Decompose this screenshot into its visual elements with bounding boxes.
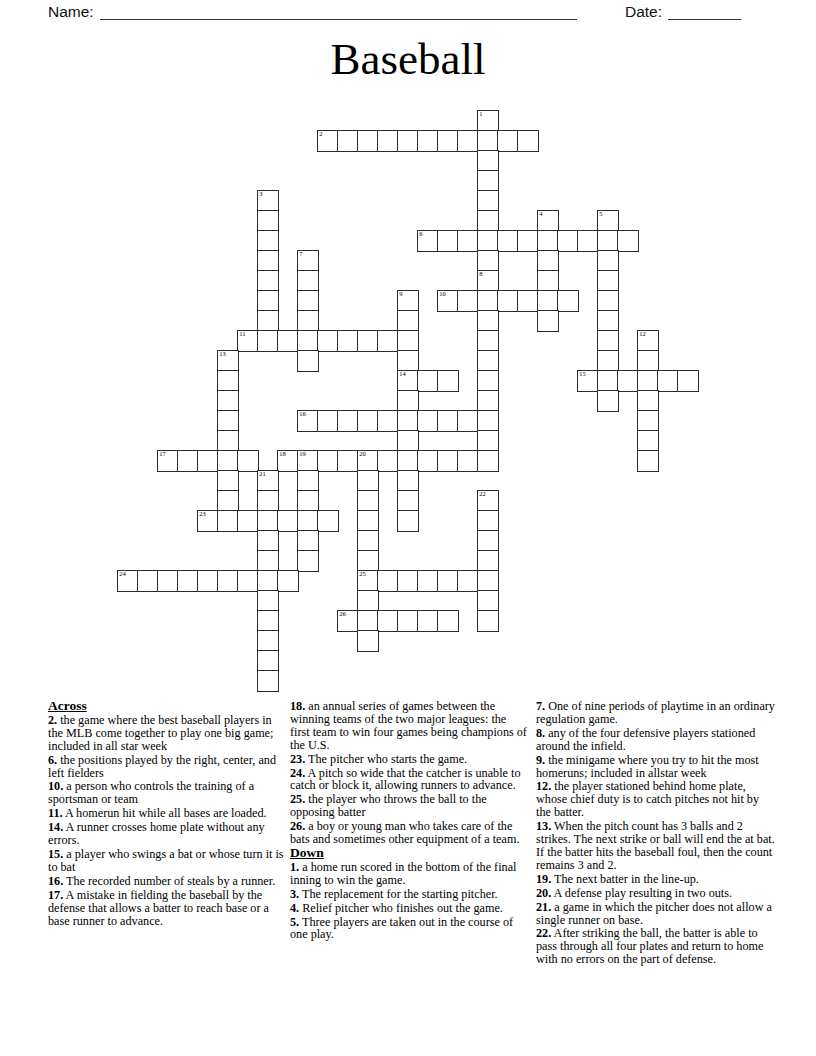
clue-column-3: 7. One of nine periods of playtime in an… — [536, 700, 776, 967]
grid-cell-r13c15[interactable] — [417, 370, 439, 392]
grid-cell-r22c18[interactable] — [477, 550, 499, 572]
grid-cell-r0c18[interactable]: 1 — [477, 110, 499, 132]
across-clue-number-10: 10. — [48, 779, 63, 793]
across-clue-number-18: 18. — [290, 699, 305, 713]
across-clue-number-24: 24. — [290, 766, 305, 780]
down-clue-22: 22. After striking the ball, the batter … — [536, 927, 776, 966]
across-clue-2: 2. the game where the best baseball play… — [48, 714, 286, 753]
grid-cell-r17c10[interactable] — [317, 450, 339, 472]
grid-cell-r20c9[interactable] — [297, 510, 319, 532]
down-clue-number-19: 19. — [536, 872, 551, 886]
clue-number: 15 — [579, 370, 586, 377]
grid-cell-r18c12[interactable] — [357, 470, 379, 492]
grid-cell-r6c22[interactable] — [557, 230, 579, 252]
grid-cell-r1c17[interactable] — [457, 130, 479, 152]
down-clue-number-9: 9. — [536, 753, 545, 767]
clue-number: 13 — [219, 350, 226, 357]
grid-cell-r6c25[interactable] — [617, 230, 639, 252]
grid-cell-r9c20[interactable] — [517, 290, 539, 312]
across-clue-17: 17. A mistake in fielding the baseball b… — [48, 889, 286, 928]
down-clue-number-22: 22. — [536, 926, 551, 940]
grid-cell-r9c24[interactable] — [597, 290, 619, 312]
puzzle-title: Baseball — [0, 33, 816, 85]
grid-cell-r14c5[interactable] — [217, 390, 239, 412]
down-clue-12: 12. the player stationed behind home pla… — [536, 780, 776, 819]
grid-cell-r1c12[interactable] — [357, 130, 379, 152]
grid-cell-r8c9[interactable] — [297, 270, 319, 292]
clue-number: 26 — [339, 610, 346, 617]
across-clue-number-16: 16. — [48, 874, 63, 888]
grid-cell-r11c7[interactable] — [257, 330, 279, 352]
grid-cell-r24c18[interactable] — [477, 590, 499, 612]
grid-cell-r13c18[interactable] — [477, 370, 499, 392]
grid-cell-r10c24[interactable] — [597, 310, 619, 332]
grid-cell-r17c8[interactable]: 18 — [277, 450, 299, 472]
down-clue-number-12: 12. — [536, 779, 551, 793]
grid-cell-r3c18[interactable] — [477, 170, 499, 192]
grid-cell-r6c24[interactable] — [597, 230, 619, 252]
grid-cell-r24c12[interactable] — [357, 590, 379, 612]
grid-cell-r9c16[interactable]: 10 — [437, 290, 459, 312]
grid-cell-r17c2[interactable]: 17 — [157, 450, 179, 472]
grid-cell-r15c9[interactable]: 16 — [297, 410, 319, 432]
grid-cell-r11c8[interactable] — [277, 330, 299, 352]
across-clue-11: 11. A homerun hit while all bases are lo… — [48, 807, 286, 820]
grid-cell-r14c24[interactable] — [597, 390, 619, 412]
grid-cell-r19c9[interactable] — [297, 490, 319, 512]
grid-cell-r9c14[interactable]: 9 — [397, 290, 419, 312]
crossword-grid: 1234567891011121314151617181920212223242… — [118, 111, 698, 691]
grid-cell-r9c17[interactable] — [457, 290, 479, 312]
grid-cell-r17c9[interactable]: 19 — [297, 450, 319, 472]
grid-cell-r21c7[interactable] — [257, 530, 279, 552]
down-clue-20: 20. A defense play resulting in two outs… — [536, 887, 776, 900]
clue-number: 8 — [479, 270, 482, 277]
grid-cell-r20c6[interactable] — [237, 510, 259, 532]
grid-cell-r5c18[interactable] — [477, 210, 499, 232]
grid-cell-r17c11[interactable] — [337, 450, 359, 472]
clue-number: 18 — [279, 450, 286, 457]
grid-cell-r23c0[interactable]: 24 — [117, 570, 139, 592]
grid-cell-r17c18[interactable] — [477, 450, 499, 472]
grid-cell-r17c5[interactable] — [217, 450, 239, 472]
down-clue-13: 13. When the pitch count has 3 balls and… — [536, 820, 776, 872]
down-clue-number-7: 7. — [536, 699, 545, 713]
down-clue-number-21: 21. — [536, 900, 551, 914]
grid-cell-r1c16[interactable] — [437, 130, 459, 152]
down-clue-number-5: 5. — [290, 915, 299, 929]
grid-cell-r17c17[interactable] — [457, 450, 479, 472]
grid-cell-r7c21[interactable] — [537, 250, 559, 272]
grid-cell-r17c15[interactable] — [417, 450, 439, 472]
grid-cell-r23c6[interactable] — [237, 570, 259, 592]
grid-cell-r23c18[interactable] — [477, 570, 499, 592]
clue-number: 2 — [319, 130, 322, 137]
clue-number: 21 — [259, 470, 266, 477]
grid-cell-r9c19[interactable] — [497, 290, 519, 312]
grid-cell-r6c20[interactable] — [517, 230, 539, 252]
grid-cell-r28c7[interactable] — [257, 670, 279, 692]
grid-cell-r20c4[interactable]: 23 — [197, 510, 219, 532]
grid-cell-r15c16[interactable] — [437, 410, 459, 432]
grid-cell-r13c25[interactable] — [617, 370, 639, 392]
clue-number: 23 — [199, 510, 206, 517]
grid-cell-r26c12[interactable] — [357, 630, 379, 652]
grid-cell-r11c14[interactable] — [397, 330, 419, 352]
clue-number: 12 — [639, 330, 646, 337]
grid-cell-r23c17[interactable] — [457, 570, 479, 592]
grid-cell-r22c12[interactable] — [357, 550, 379, 572]
clue-number: 19 — [299, 450, 306, 457]
grid-cell-r23c8[interactable] — [277, 570, 299, 592]
date-blank-line — [668, 19, 741, 20]
grid-cell-r9c18[interactable] — [477, 290, 499, 312]
grid-cell-r2c18[interactable] — [477, 150, 499, 172]
grid-cell-r20c8[interactable] — [277, 510, 299, 532]
grid-cell-r17c13[interactable] — [377, 450, 399, 472]
across-clue-number-11: 11. — [48, 806, 63, 820]
grid-cell-r4c7[interactable]: 3 — [257, 190, 279, 212]
across-clue-15: 15. a player who swings a bat or whose t… — [48, 848, 286, 874]
grid-cell-r12c14[interactable] — [397, 350, 419, 372]
grid-cell-r23c16[interactable] — [437, 570, 459, 592]
grid-cell-r13c16[interactable] — [437, 370, 459, 392]
grid-cell-r14c14[interactable] — [397, 390, 419, 412]
grid-cell-r20c5[interactable] — [217, 510, 239, 532]
grid-cell-r11c18[interactable] — [477, 330, 499, 352]
down-clue-number-1: 1. — [290, 860, 299, 874]
across-clue-number-25: 25. — [290, 792, 305, 806]
grid-cell-r9c22[interactable] — [557, 290, 579, 312]
grid-cell-r15c5[interactable] — [217, 410, 239, 432]
grid-cell-r25c12[interactable] — [357, 610, 379, 632]
down-clue-number-8: 8. — [536, 726, 545, 740]
grid-cell-r16c14[interactable] — [397, 430, 419, 452]
grid-cell-r11c13[interactable] — [377, 330, 399, 352]
grid-cell-r15c15[interactable] — [417, 410, 439, 432]
grid-cell-r20c14[interactable] — [397, 510, 419, 532]
grid-cell-r6c21[interactable] — [537, 230, 559, 252]
across-clue-6: 6. the positions played by the right, ce… — [48, 754, 286, 780]
down-clue-19: 19. The next batter in the line-up. — [536, 873, 776, 886]
down-clue-4: 4. Relief pitcher who finishes out the g… — [290, 902, 528, 915]
grid-cell-r25c14[interactable] — [397, 610, 419, 632]
clue-number: 22 — [479, 490, 486, 497]
grid-cell-r15c13[interactable] — [377, 410, 399, 432]
grid-cell-r9c7[interactable] — [257, 290, 279, 312]
grid-cell-r21c12[interactable] — [357, 530, 379, 552]
grid-cell-r14c18[interactable] — [477, 390, 499, 412]
grid-cell-r12c18[interactable] — [477, 350, 499, 372]
clue-number: 25 — [359, 570, 366, 577]
grid-cell-r17c3[interactable] — [177, 450, 199, 472]
grid-cell-r25c7[interactable] — [257, 610, 279, 632]
grid-cell-r1c15[interactable] — [417, 130, 439, 152]
across-clue-10: 10. a person who controls the training o… — [48, 780, 286, 806]
grid-cell-r10c7[interactable] — [257, 310, 279, 332]
grid-cell-r23c13[interactable] — [377, 570, 399, 592]
grid-cell-r11c6[interactable]: 11 — [237, 330, 259, 352]
across-header: Across — [48, 700, 286, 713]
clue-number: 16 — [299, 410, 306, 417]
across-clue-16: 16. The recorded number of steals by a r… — [48, 875, 286, 888]
grid-cell-r1c19[interactable] — [497, 130, 519, 152]
date-label: Date: — [625, 3, 662, 21]
grid-cell-r13c28[interactable] — [677, 370, 699, 392]
grid-cell-r11c12[interactable] — [357, 330, 379, 352]
across-clue-18: 18. an annual series of games between th… — [290, 700, 528, 752]
grid-cell-r6c15[interactable]: 6 — [417, 230, 439, 252]
grid-cell-r23c15[interactable] — [417, 570, 439, 592]
grid-cell-r15c12[interactable] — [357, 410, 379, 432]
across-clue-26: 26. a boy or young man who takes care of… — [290, 820, 528, 846]
down-clue-1: 1. a home run scored in the bottom of th… — [290, 861, 528, 887]
grid-cell-r6c23[interactable] — [577, 230, 599, 252]
clue-number: 11 — [239, 330, 245, 337]
grid-cell-r6c16[interactable] — [437, 230, 459, 252]
grid-cell-r13c27[interactable] — [657, 370, 679, 392]
grid-cell-r16c18[interactable] — [477, 430, 499, 452]
across-clue-25: 25. the player who throws the ball to th… — [290, 793, 528, 819]
down-clue-7: 7. One of nine periods of playtime in an… — [536, 700, 776, 726]
grid-cell-r13c26[interactable] — [637, 370, 659, 392]
grid-cell-r10c9[interactable] — [297, 310, 319, 332]
grid-cell-r21c9[interactable] — [297, 530, 319, 552]
grid-cell-r25c13[interactable] — [377, 610, 399, 632]
grid-cell-r24c7[interactable] — [257, 590, 279, 612]
across-clue-number-6: 6. — [48, 753, 57, 767]
clue-number: 7 — [299, 250, 302, 257]
grid-cell-r12c24[interactable] — [597, 350, 619, 372]
grid-cell-r17c16[interactable] — [437, 450, 459, 472]
across-clue-number-15: 15. — [48, 847, 63, 861]
grid-cell-r19c18[interactable]: 22 — [477, 490, 499, 512]
grid-cell-r17c14[interactable] — [397, 450, 419, 472]
grid-cell-r17c6[interactable] — [237, 450, 259, 472]
clue-number: 1 — [479, 110, 482, 117]
grid-cell-r15c17[interactable] — [457, 410, 479, 432]
grid-cell-r8c24[interactable] — [597, 270, 619, 292]
across-clue-14: 14. A runner crosses home plate without … — [48, 821, 286, 847]
grid-cell-r1c18[interactable] — [477, 130, 499, 152]
down-clue-number-13: 13. — [536, 819, 551, 833]
across-clue-number-14: 14. — [48, 820, 63, 834]
grid-cell-r7c18[interactable] — [477, 250, 499, 272]
grid-cell-r23c2[interactable] — [157, 570, 179, 592]
clue-number: 3 — [259, 190, 262, 197]
grid-cell-r16c5[interactable] — [217, 430, 239, 452]
grid-cell-r25c15[interactable] — [417, 610, 439, 632]
across-clue-number-23: 23. — [290, 752, 305, 766]
down-clue-21: 21. a game in which the pitcher does not… — [536, 901, 776, 927]
grid-cell-r12c26[interactable] — [637, 350, 659, 372]
grid-cell-r23c4[interactable] — [197, 570, 219, 592]
grid-cell-r9c21[interactable] — [537, 290, 559, 312]
grid-cell-r12c9[interactable] — [297, 350, 319, 372]
down-clue-5: 5. Three players are taken out in the co… — [290, 916, 528, 942]
name-blank-line — [100, 19, 577, 20]
grid-cell-r26c7[interactable] — [257, 630, 279, 652]
grid-cell-r7c24[interactable] — [597, 250, 619, 272]
clue-number: 24 — [119, 570, 126, 577]
grid-cell-r16c26[interactable] — [637, 430, 659, 452]
grid-cell-r10c14[interactable] — [397, 310, 419, 332]
grid-cell-r23c12[interactable]: 25 — [357, 570, 379, 592]
across-clue-number-17: 17. — [48, 888, 63, 902]
clue-number: 6 — [419, 230, 422, 237]
grid-cell-r22c7[interactable] — [257, 550, 279, 572]
clue-column-2: 18. an annual series of games between th… — [290, 700, 528, 942]
grid-cell-r6c7[interactable] — [257, 230, 279, 252]
grid-cell-r15c10[interactable] — [317, 410, 339, 432]
grid-cell-r1c13[interactable] — [377, 130, 399, 152]
grid-cell-r1c14[interactable] — [397, 130, 419, 152]
across-clue-24: 24. A pitch so wide that the catcher is … — [290, 767, 528, 793]
grid-cell-r7c7[interactable] — [257, 250, 279, 272]
grid-cell-r13c24[interactable] — [597, 370, 619, 392]
grid-cell-r13c23[interactable]: 15 — [577, 370, 599, 392]
grid-cell-r17c26[interactable] — [637, 450, 659, 472]
clue-number: 10 — [439, 290, 446, 297]
grid-cell-r25c11[interactable]: 26 — [337, 610, 359, 632]
grid-cell-r1c20[interactable] — [517, 130, 539, 152]
worksheet-page: Name: Date: Baseball 1234567891011121314… — [0, 0, 816, 1056]
clue-number: 20 — [359, 450, 366, 457]
clue-number: 14 — [399, 370, 406, 377]
across-clue-number-26: 26. — [290, 819, 305, 833]
grid-cell-r15c18[interactable] — [477, 410, 499, 432]
grid-cell-r18c14[interactable] — [397, 470, 419, 492]
grid-cell-r8c7[interactable] — [257, 270, 279, 292]
down-header: Down — [290, 847, 528, 860]
grid-cell-r5c21[interactable]: 4 — [537, 210, 559, 232]
grid-cell-r20c12[interactable] — [357, 510, 379, 532]
grid-cell-r21c18[interactable] — [477, 530, 499, 552]
grid-cell-r11c11[interactable] — [337, 330, 359, 352]
clue-column-1: Across2. the game where the best basebal… — [48, 700, 286, 928]
grid-cell-r18c5[interactable] — [217, 470, 239, 492]
grid-cell-r25c18[interactable] — [477, 610, 499, 632]
grid-cell-r19c14[interactable] — [397, 490, 419, 512]
name-label: Name: — [48, 3, 94, 21]
down-clue-3: 3. The replacement for the starting pitc… — [290, 888, 528, 901]
grid-cell-r4c18[interactable] — [477, 190, 499, 212]
grid-cell-r20c7[interactable] — [257, 510, 279, 532]
grid-cell-r12c5[interactable]: 13 — [217, 350, 239, 372]
grid-cell-r19c5[interactable] — [217, 490, 239, 512]
grid-cell-r11c24[interactable] — [597, 330, 619, 352]
grid-cell-r19c7[interactable] — [257, 490, 279, 512]
grid-cell-r19c12[interactable] — [357, 490, 379, 512]
down-clue-number-20: 20. — [536, 886, 551, 900]
grid-cell-r18c9[interactable] — [297, 470, 319, 492]
grid-cell-r23c7[interactable] — [257, 570, 279, 592]
grid-cell-r6c18[interactable] — [477, 230, 499, 252]
grid-cell-r8c21[interactable] — [537, 270, 559, 292]
across-clue-number-2: 2. — [48, 713, 57, 727]
grid-cell-r11c9[interactable] — [297, 330, 319, 352]
clue-number: 4 — [539, 210, 542, 217]
grid-cell-r15c26[interactable] — [637, 410, 659, 432]
down-clue-number-3: 3. — [290, 887, 299, 901]
grid-cell-r15c11[interactable] — [337, 410, 359, 432]
grid-cell-r1c11[interactable] — [337, 130, 359, 152]
grid-cell-r10c21[interactable] — [537, 310, 559, 332]
grid-cell-r14c26[interactable] — [637, 390, 659, 412]
grid-cell-r20c18[interactable] — [477, 510, 499, 532]
grid-cell-r13c5[interactable] — [217, 370, 239, 392]
down-clue-9: 9. the minigame where you try to hit the… — [536, 754, 776, 780]
grid-cell-r17c4[interactable] — [197, 450, 219, 472]
grid-cell-r23c1[interactable] — [137, 570, 159, 592]
down-clue-8: 8. any of the four defensive players sta… — [536, 727, 776, 753]
grid-cell-r5c24[interactable]: 5 — [597, 210, 619, 232]
grid-cell-r25c16[interactable] — [437, 610, 459, 632]
grid-cell-r10c18[interactable] — [477, 310, 499, 332]
grid-cell-r7c9[interactable]: 7 — [297, 250, 319, 272]
grid-cell-r11c26[interactable]: 12 — [637, 330, 659, 352]
grid-cell-r13c14[interactable]: 14 — [397, 370, 419, 392]
grid-cell-r8c18[interactable]: 8 — [477, 270, 499, 292]
grid-cell-r1c10[interactable]: 2 — [317, 130, 339, 152]
grid-cell-r20c10[interactable] — [317, 510, 339, 532]
grid-cell-r6c19[interactable] — [497, 230, 519, 252]
grid-cell-r23c3[interactable] — [177, 570, 199, 592]
clue-number: 17 — [159, 450, 166, 457]
down-clue-number-4: 4. — [290, 901, 299, 915]
grid-cell-r15c14[interactable] — [397, 410, 419, 432]
grid-cell-r18c7[interactable]: 21 — [257, 470, 279, 492]
grid-cell-r6c17[interactable] — [457, 230, 479, 252]
clue-number: 9 — [399, 290, 402, 297]
grid-cell-r23c14[interactable] — [397, 570, 419, 592]
clue-number: 5 — [599, 210, 602, 217]
grid-cell-r11c10[interactable] — [317, 330, 339, 352]
grid-cell-r23c5[interactable] — [217, 570, 239, 592]
grid-cell-r9c9[interactable] — [297, 290, 319, 312]
grid-cell-r27c7[interactable] — [257, 650, 279, 672]
grid-cell-r5c7[interactable] — [257, 210, 279, 232]
across-clue-23: 23. The pitcher who starts the game. — [290, 753, 528, 766]
grid-cell-r17c12[interactable]: 20 — [357, 450, 379, 472]
grid-cell-r22c9[interactable] — [297, 550, 319, 572]
